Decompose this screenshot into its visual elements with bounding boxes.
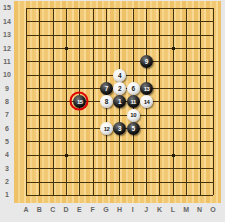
intersection-E6[interactable]	[73, 121, 86, 134]
intersection-G2[interactable]	[99, 175, 112, 188]
intersection-I4[interactable]	[126, 148, 139, 161]
intersection-B4[interactable]	[33, 148, 46, 161]
grid-line-horizontal	[26, 101, 33, 102]
grid-line-vertical	[26, 8, 27, 15]
intersection-B6[interactable]	[33, 121, 46, 134]
grid-line-vertical	[66, 81, 67, 94]
intersection-L13[interactable]	[166, 28, 179, 41]
intersection-L3[interactable]	[166, 161, 179, 174]
intersection-O10[interactable]	[206, 68, 219, 81]
intersection-D6[interactable]	[59, 121, 72, 134]
grid-line-vertical	[173, 8, 174, 15]
grid-line-vertical	[133, 148, 134, 161]
intersection-E4[interactable]	[73, 148, 86, 161]
intersection-A10[interactable]	[19, 68, 32, 81]
intersection-L1[interactable]	[166, 188, 179, 201]
intersection-C1[interactable]	[46, 188, 59, 201]
intersection-F2[interactable]	[86, 175, 99, 188]
intersection-G10[interactable]	[99, 68, 112, 81]
intersection-M13[interactable]	[179, 28, 192, 41]
grid-line-vertical	[53, 135, 54, 148]
grid-line-vertical	[66, 161, 67, 174]
grid-line-vertical	[26, 81, 27, 94]
grid-line-vertical	[173, 188, 174, 195]
intersection-H9[interactable]: 2	[113, 81, 126, 94]
intersection-N2[interactable]	[193, 175, 206, 188]
intersection-G13[interactable]	[99, 28, 112, 41]
intersection-C6[interactable]	[46, 121, 59, 134]
intersection-M3[interactable]	[179, 161, 192, 174]
intersection-F4[interactable]	[86, 148, 99, 161]
intersection-M2[interactable]	[179, 175, 192, 188]
intersection-O7[interactable]	[206, 108, 219, 121]
grid-line-vertical	[93, 188, 94, 195]
intersection-J11[interactable]: 9	[139, 55, 152, 68]
grid-line-vertical	[133, 161, 134, 174]
intersection-A3[interactable]	[19, 161, 32, 174]
intersection-H13[interactable]	[113, 28, 126, 41]
intersection-E8[interactable]: 15	[73, 95, 86, 108]
grid-line-vertical	[159, 95, 160, 108]
grid-line-vertical	[106, 55, 107, 68]
intersection-D7[interactable]	[59, 108, 72, 121]
intersection-F11[interactable]	[86, 55, 99, 68]
intersection-O8[interactable]	[206, 95, 219, 108]
intersection-B13[interactable]	[33, 28, 46, 41]
grid-line-vertical	[213, 15, 214, 28]
intersection-J3[interactable]	[139, 161, 152, 174]
intersection-E1[interactable]	[73, 188, 86, 201]
intersection-G1[interactable]	[99, 188, 112, 201]
intersection-N13[interactable]	[193, 28, 206, 41]
intersection-N15[interactable]	[193, 1, 206, 14]
intersection-H6[interactable]: 3	[113, 121, 126, 134]
intersection-H3[interactable]	[113, 161, 126, 174]
intersection-J10[interactable]	[139, 68, 152, 81]
intersection-J15[interactable]	[139, 1, 152, 14]
grid-line-vertical	[200, 81, 201, 94]
intersection-M5[interactable]	[179, 135, 192, 148]
grid-line-horizontal	[206, 75, 213, 76]
grid-line-vertical	[93, 161, 94, 174]
intersection-K1[interactable]	[153, 188, 166, 201]
grid-line-vertical	[79, 41, 80, 54]
intersection-C10[interactable]	[46, 68, 59, 81]
intersection-H8[interactable]: 1	[113, 95, 126, 108]
grid-line-vertical	[186, 8, 187, 15]
intersection-B14[interactable]	[33, 15, 46, 28]
intersection-G6[interactable]: 12	[99, 121, 112, 134]
intersection-M8[interactable]	[179, 95, 192, 108]
intersection-M11[interactable]	[179, 55, 192, 68]
intersection-A13[interactable]	[19, 28, 32, 41]
intersection-D1[interactable]	[59, 188, 72, 201]
grid-line-vertical	[159, 55, 160, 68]
intersection-G15[interactable]	[99, 1, 112, 14]
intersection-F12[interactable]	[86, 41, 99, 54]
intersection-A1[interactable]	[19, 188, 32, 201]
intersection-J4[interactable]	[139, 148, 152, 161]
grid-line-vertical	[39, 68, 40, 81]
grid-line-vertical	[66, 121, 67, 134]
intersection-F15[interactable]	[86, 1, 99, 14]
row-label-6: 6	[0, 121, 14, 134]
intersection-O9[interactable]	[206, 81, 219, 94]
intersection-C14[interactable]	[46, 15, 59, 28]
intersection-F9[interactable]	[86, 81, 99, 94]
intersection-E5[interactable]	[73, 135, 86, 148]
intersection-D5[interactable]	[59, 135, 72, 148]
intersection-O14[interactable]	[206, 15, 219, 28]
grid-line-vertical	[93, 135, 94, 148]
intersection-J1[interactable]	[139, 188, 152, 201]
grid-line-vertical	[79, 188, 80, 195]
intersection-B9[interactable]	[33, 81, 46, 94]
grid-line-vertical	[173, 15, 174, 28]
intersection-L4[interactable]	[166, 148, 179, 161]
intersection-G3[interactable]	[99, 161, 112, 174]
intersection-F3[interactable]	[86, 161, 99, 174]
intersection-H5[interactable]	[113, 135, 126, 148]
grid-line-vertical	[39, 28, 40, 41]
intersection-I10[interactable]	[126, 68, 139, 81]
intersection-N7[interactable]	[193, 108, 206, 121]
intersection-B10[interactable]	[33, 68, 46, 81]
grid-line-horizontal	[26, 168, 33, 169]
grid-line-horizontal	[33, 195, 46, 196]
intersection-D10[interactable]	[59, 68, 72, 81]
intersection-G14[interactable]	[99, 15, 112, 28]
intersection-J6[interactable]	[139, 121, 152, 134]
intersection-K13[interactable]	[153, 28, 166, 41]
intersection-N5[interactable]	[193, 135, 206, 148]
intersection-B2[interactable]	[33, 175, 46, 188]
intersection-K15[interactable]	[153, 1, 166, 14]
intersection-E2[interactable]	[73, 175, 86, 188]
intersection-K5[interactable]	[153, 135, 166, 148]
intersection-D9[interactable]	[59, 81, 72, 94]
intersection-B11[interactable]	[33, 55, 46, 68]
intersection-B15[interactable]	[33, 1, 46, 14]
intersection-L5[interactable]	[166, 135, 179, 148]
intersection-B5[interactable]	[33, 135, 46, 148]
grid-line-vertical	[200, 55, 201, 68]
grid-line-vertical	[39, 41, 40, 54]
grid-line-horizontal	[26, 155, 33, 156]
intersection-A5[interactable]	[19, 135, 32, 148]
grid-line-horizontal	[206, 155, 213, 156]
intersection-N6[interactable]	[193, 121, 206, 134]
intersection-A9[interactable]	[19, 81, 32, 94]
intersection-I12[interactable]	[126, 41, 139, 54]
intersection-H2[interactable]	[113, 175, 126, 188]
intersection-C5[interactable]	[46, 135, 59, 148]
intersection-L9[interactable]	[166, 81, 179, 94]
grid-line-vertical	[106, 148, 107, 161]
intersection-O1[interactable]	[206, 188, 219, 201]
grid-line-vertical	[106, 8, 107, 15]
column-label-G: G	[99, 203, 112, 215]
intersection-D15[interactable]	[59, 1, 72, 14]
intersection-J14[interactable]	[139, 15, 152, 28]
intersection-K12[interactable]	[153, 41, 166, 54]
intersection-K9[interactable]	[153, 81, 166, 94]
intersection-I1[interactable]	[126, 188, 139, 201]
intersection-K2[interactable]	[153, 175, 166, 188]
intersection-F14[interactable]	[86, 15, 99, 28]
intersection-H10[interactable]: 4	[113, 68, 126, 81]
grid-line-horizontal	[179, 195, 192, 196]
grid-line-vertical	[186, 81, 187, 94]
intersection-I11[interactable]	[126, 55, 139, 68]
intersection-K8[interactable]	[153, 95, 166, 108]
intersection-C13[interactable]	[46, 28, 59, 41]
intersection-O4[interactable]	[206, 148, 219, 161]
grid-line-vertical	[106, 135, 107, 148]
intersection-O11[interactable]	[206, 55, 219, 68]
intersection-H1[interactable]	[113, 188, 126, 201]
intersection-G9[interactable]: 7	[99, 81, 112, 94]
intersection-M10[interactable]	[179, 68, 192, 81]
intersection-N8[interactable]	[193, 95, 206, 108]
intersection-G7[interactable]	[99, 108, 112, 121]
intersection-O3[interactable]	[206, 161, 219, 174]
star-point	[65, 154, 68, 157]
intersection-H15[interactable]	[113, 1, 126, 14]
intersection-I7[interactable]: 10	[126, 108, 139, 121]
grid-line-vertical	[26, 108, 27, 121]
row-label-11: 11	[0, 55, 14, 68]
grid-line-vertical	[200, 135, 201, 148]
intersection-O13[interactable]	[206, 28, 219, 41]
intersection-G5[interactable]	[99, 135, 112, 148]
intersection-G8[interactable]: 8	[99, 95, 112, 108]
grid-line-horizontal	[166, 195, 179, 196]
grid-line-vertical	[119, 148, 120, 161]
intersection-B12[interactable]	[33, 41, 46, 54]
intersection-J9[interactable]: 13	[139, 81, 152, 94]
intersection-G4[interactable]	[99, 148, 112, 161]
intersection-J7[interactable]	[139, 108, 152, 121]
intersection-I13[interactable]	[126, 28, 139, 41]
grid-line-vertical	[66, 135, 67, 148]
intersection-G11[interactable]	[99, 55, 112, 68]
intersection-M14[interactable]	[179, 15, 192, 28]
intersection-E12[interactable]	[73, 41, 86, 54]
grid-line-vertical	[93, 175, 94, 188]
intersection-I5[interactable]	[126, 135, 139, 148]
grid-line-horizontal	[113, 195, 126, 196]
intersection-I15[interactable]	[126, 1, 139, 14]
grid-line-vertical	[200, 188, 201, 195]
column-label-K: K	[153, 203, 166, 215]
grid-line-vertical	[39, 161, 40, 174]
intersection-D12[interactable]	[59, 41, 72, 54]
white-stone-8: 8	[100, 95, 113, 108]
intersection-H7[interactable]	[113, 108, 126, 121]
intersection-L6[interactable]	[166, 121, 179, 134]
grid-line-vertical	[213, 175, 214, 188]
intersection-I3[interactable]	[126, 161, 139, 174]
intersection-E11[interactable]	[73, 55, 86, 68]
intersection-H14[interactable]	[113, 15, 126, 28]
intersection-C12[interactable]	[46, 41, 59, 54]
intersection-A7[interactable]	[19, 108, 32, 121]
intersection-L2[interactable]	[166, 175, 179, 188]
intersection-C15[interactable]	[46, 1, 59, 14]
intersection-K6[interactable]	[153, 121, 166, 134]
intersection-L10[interactable]	[166, 68, 179, 81]
row-label-14: 14	[0, 15, 14, 28]
intersection-N11[interactable]	[193, 55, 206, 68]
intersection-M1[interactable]	[179, 188, 192, 201]
intersection-N4[interactable]	[193, 148, 206, 161]
intersection-A6[interactable]	[19, 121, 32, 134]
intersection-D13[interactable]	[59, 28, 72, 41]
intersection-N9[interactable]	[193, 81, 206, 94]
intersection-K4[interactable]	[153, 148, 166, 161]
intersection-A12[interactable]	[19, 41, 32, 54]
intersection-D2[interactable]	[59, 175, 72, 188]
grid-line-vertical	[173, 28, 174, 41]
intersection-M12[interactable]	[179, 41, 192, 54]
intersection-K14[interactable]	[153, 15, 166, 28]
grid-line-vertical	[39, 188, 40, 195]
intersection-D11[interactable]	[59, 55, 72, 68]
intersection-N12[interactable]	[193, 41, 206, 54]
intersection-M15[interactable]	[179, 1, 192, 14]
intersection-L11[interactable]	[166, 55, 179, 68]
intersection-O6[interactable]	[206, 121, 219, 134]
intersection-J8[interactable]: 14	[139, 95, 152, 108]
column-label-O: O	[206, 203, 219, 215]
intersection-B7[interactable]	[33, 108, 46, 121]
grid-line-vertical	[93, 68, 94, 81]
intersection-M7[interactable]	[179, 108, 192, 121]
grid-line-vertical	[26, 41, 27, 54]
intersection-O15[interactable]	[206, 1, 219, 14]
intersection-L7[interactable]	[166, 108, 179, 121]
intersection-D14[interactable]	[59, 15, 72, 28]
intersection-K3[interactable]	[153, 161, 166, 174]
intersection-L15[interactable]	[166, 1, 179, 14]
intersection-A11[interactable]	[19, 55, 32, 68]
intersection-C8[interactable]	[46, 95, 59, 108]
intersection-A14[interactable]	[19, 15, 32, 28]
black-stone-11: 11	[127, 95, 140, 108]
intersection-N14[interactable]	[193, 15, 206, 28]
intersection-L8[interactable]	[166, 95, 179, 108]
intersection-K11[interactable]	[153, 55, 166, 68]
intersection-M9[interactable]	[179, 81, 192, 94]
grid-line-horizontal	[206, 141, 213, 142]
column-label-H: H	[113, 203, 126, 215]
grid-line-vertical	[159, 15, 160, 28]
intersection-B3[interactable]	[33, 161, 46, 174]
grid-line-vertical	[26, 188, 27, 195]
intersection-N10[interactable]	[193, 68, 206, 81]
grid-line-vertical	[53, 81, 54, 94]
intersection-C4[interactable]	[46, 148, 59, 161]
grid-line-vertical	[26, 121, 27, 134]
intersection-D3[interactable]	[59, 161, 72, 174]
intersection-H11[interactable]	[113, 55, 126, 68]
intersection-A15[interactable]	[19, 1, 32, 14]
grid-line-vertical	[186, 95, 187, 108]
grid-line-vertical	[186, 28, 187, 41]
intersection-I6[interactable]: 5	[126, 121, 139, 134]
intersection-E3[interactable]	[73, 161, 86, 174]
intersection-L14[interactable]	[166, 15, 179, 28]
grid-line-vertical	[133, 28, 134, 41]
grid-line-vertical	[133, 175, 134, 188]
row-label-10: 10	[0, 68, 14, 81]
intersection-F10[interactable]	[86, 68, 99, 81]
intersection-F7[interactable]	[86, 108, 99, 121]
intersection-H4[interactable]	[113, 148, 126, 161]
intersection-F6[interactable]	[86, 121, 99, 134]
intersection-C9[interactable]	[46, 81, 59, 94]
intersection-O12[interactable]	[206, 41, 219, 54]
intersection-A2[interactable]	[19, 175, 32, 188]
intersection-I8[interactable]: 11	[126, 95, 139, 108]
intersection-L12[interactable]	[166, 41, 179, 54]
grid-line-horizontal	[206, 61, 213, 62]
intersection-D4[interactable]	[59, 148, 72, 161]
row-label-2: 2	[0, 175, 14, 188]
intersection-J5[interactable]	[139, 135, 152, 148]
intersection-C3[interactable]	[46, 161, 59, 174]
intersection-F5[interactable]	[86, 135, 99, 148]
intersection-H12[interactable]	[113, 41, 126, 54]
intersection-A8[interactable]	[19, 95, 32, 108]
intersection-E10[interactable]	[73, 68, 86, 81]
intersection-K7[interactable]	[153, 108, 166, 121]
intersection-E13[interactable]	[73, 28, 86, 41]
intersection-I9[interactable]: 6	[126, 81, 139, 94]
intersection-C2[interactable]	[46, 175, 59, 188]
intersection-J12[interactable]	[139, 41, 152, 54]
grid-line-vertical	[119, 135, 120, 148]
intersection-J2[interactable]	[139, 175, 152, 188]
intersection-B8[interactable]	[33, 95, 46, 108]
intersection-F1[interactable]	[86, 188, 99, 201]
intersection-K10[interactable]	[153, 68, 166, 81]
intersection-O5[interactable]	[206, 135, 219, 148]
intersection-G12[interactable]	[99, 41, 112, 54]
intersection-A4[interactable]	[19, 148, 32, 161]
grid-line-horizontal	[206, 88, 213, 89]
intersection-N3[interactable]	[193, 161, 206, 174]
intersection-M6[interactable]	[179, 121, 192, 134]
intersection-N1[interactable]	[193, 188, 206, 201]
intersection-O2[interactable]	[206, 175, 219, 188]
intersection-B1[interactable]	[33, 188, 46, 201]
intersection-M4[interactable]	[179, 148, 192, 161]
intersection-I14[interactable]	[126, 15, 139, 28]
grid-line-vertical	[26, 175, 27, 188]
intersection-C7[interactable]	[46, 108, 59, 121]
intersection-E15[interactable]	[73, 1, 86, 14]
intersection-I2[interactable]	[126, 175, 139, 188]
grid-line-vertical	[213, 148, 214, 161]
grid-line-vertical	[26, 161, 27, 174]
intersection-F13[interactable]	[86, 28, 99, 41]
intersection-E14[interactable]	[73, 15, 86, 28]
intersection-J13[interactable]	[139, 28, 152, 41]
grid-line-horizontal	[206, 115, 213, 116]
intersection-C11[interactable]	[46, 55, 59, 68]
